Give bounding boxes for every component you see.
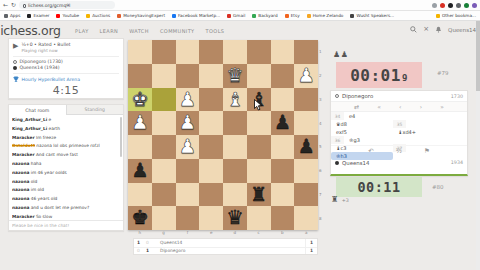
- square-f6[interactable]: [176, 159, 200, 183]
- nav-learn[interactable]: LEARN: [100, 28, 119, 34]
- square-b8[interactable]: [271, 206, 295, 230]
- top-player-name[interactable]: Diponegoro: [342, 93, 373, 99]
- piece-white-pawn-f5[interactable]: ♟: [176, 135, 200, 159]
- captured-pieces-white: ♟♟: [333, 51, 348, 59]
- chat-username[interactable]: nazona: [12, 161, 29, 166]
- bookmark-favicon: [350, 14, 354, 18]
- crosstable: 10Queens14101Diponegoro1: [133, 238, 318, 255]
- crosstable-total: 1: [305, 239, 317, 247]
- bookmark-8[interactable]: Etsy: [285, 13, 300, 18]
- chat-message: King_Arthur_Li e: [12, 116, 121, 125]
- square-g6[interactable]: [152, 159, 176, 183]
- bookmark-9[interactable]: Home Zelando: [307, 13, 344, 18]
- extension-icon[interactable]: [432, 3, 437, 8]
- black-color-icon: [335, 161, 339, 165]
- chat-scrollbar[interactable]: [120, 117, 122, 157]
- square-g7[interactable]: [152, 183, 176, 207]
- piece-white-pawn-f4[interactable]: ♟: [176, 111, 200, 135]
- crosstable-row: 10Queens141: [134, 239, 317, 247]
- prev-move-icon[interactable]: ‹: [399, 104, 401, 110]
- square-f2[interactable]: [176, 64, 200, 88]
- bookmark-favicon: [117, 14, 121, 18]
- bookmark-5[interactable]: Facebook Marketp...: [172, 13, 220, 18]
- square-c8[interactable]: [247, 206, 271, 230]
- square-d4[interactable]: [223, 111, 247, 135]
- nav-play[interactable]: PLAY: [75, 28, 89, 34]
- chat-username[interactable]: nazona: [12, 205, 29, 210]
- search-icon[interactable]: [410, 26, 417, 33]
- rank-label-8: 8: [319, 206, 322, 230]
- file-label-h: h: [128, 230, 152, 236]
- chat-message: Maracker And cant move fast: [12, 151, 121, 160]
- address-bar[interactable]: lichess.org/gcmq9l: [19, 1, 115, 9]
- move-34-black[interactable]: ♛d8: [331, 120, 393, 128]
- bookmark-favicon: [172, 14, 176, 18]
- square-g4[interactable]: [152, 111, 176, 135]
- logged-in-username[interactable]: Queens14: [448, 27, 476, 33]
- material-advantage: +3: [342, 198, 349, 203]
- rank-label-4: 4: [319, 111, 322, 135]
- mouse-cursor: [254, 99, 263, 111]
- extension-icon[interactable]: [472, 3, 477, 8]
- move-controls: ⇄«‹›»: [331, 102, 467, 112]
- square-a8[interactable]: [294, 206, 318, 230]
- square-b1[interactable]: [271, 40, 295, 64]
- bookmark-1[interactable]: Examer: [27, 13, 49, 18]
- other-bookmarks[interactable]: Other bookma...: [436, 13, 476, 18]
- square-f8[interactable]: [176, 206, 200, 230]
- move-number: 35: [393, 120, 406, 128]
- move-36-white[interactable]: ♔g3: [344, 136, 406, 144]
- square-b5[interactable]: [271, 135, 295, 159]
- square-e8[interactable]: [199, 206, 223, 230]
- bottom-player-rating: 1934: [451, 160, 463, 165]
- lichess-logo[interactable]: lichess.org: [0, 23, 61, 38]
- move-36-black[interactable]: ♝c3: [331, 144, 393, 152]
- white-color-icon: [13, 60, 17, 64]
- black-player-row[interactable]: Queens14 (1934): [13, 65, 119, 70]
- move-number: 34: [331, 112, 344, 120]
- rank-label-2: 2: [319, 64, 322, 88]
- square-d2[interactable]: ♛: [223, 64, 247, 88]
- square-b3[interactable]: [271, 88, 295, 112]
- square-c4[interactable]: [247, 111, 271, 135]
- chat-username[interactable]: Maracker: [12, 152, 35, 157]
- square-g1[interactable]: [152, 40, 176, 64]
- game-result: 0: [143, 240, 152, 245]
- rank-label-5: 5: [319, 135, 322, 159]
- crosstable-player[interactable]: Queens14: [160, 240, 182, 245]
- rank-label-1: 1: [319, 40, 322, 64]
- piece-white-bishop-d3[interactable]: ♝: [223, 88, 247, 112]
- chat-username[interactable]: Maracker: [12, 135, 35, 140]
- bookmark-favicon: [27, 14, 31, 18]
- square-d7[interactable]: [223, 183, 247, 207]
- square-b4[interactable]: ♟: [271, 111, 295, 135]
- move-35-black[interactable]: ♝xd4+: [393, 128, 455, 136]
- bookmark-favicon: [56, 14, 60, 18]
- piece-black-rook-c7[interactable]: ♜: [247, 183, 271, 207]
- chat-message: Maracker So slow: [12, 213, 121, 220]
- browser-toolbar: ← ↻ lichess.org/gcmq9l: [0, 0, 480, 11]
- square-d3[interactable]: ♝: [223, 88, 247, 112]
- square-g8[interactable]: [152, 206, 176, 230]
- chat-username[interactable]: King_Arthur_Li: [12, 126, 47, 131]
- lock-icon: [23, 4, 26, 8]
- clock-tenths: 9: [402, 73, 408, 83]
- square-e6[interactable]: [199, 159, 223, 183]
- last-move-icon[interactable]: »: [440, 104, 444, 110]
- file-label-b: b: [271, 230, 295, 236]
- white-player-name[interactable]: Diponegoro (1730): [20, 59, 63, 64]
- square-e4[interactable]: [199, 111, 223, 135]
- window-scrollbar[interactable]: [476, 21, 480, 270]
- takeback-icon[interactable]: ↶: [368, 148, 373, 155]
- black-color-icon: [13, 66, 17, 70]
- crosstable-player[interactable]: Diponegoro: [160, 248, 185, 253]
- square-b6[interactable]: [271, 159, 295, 183]
- rank-label-6: 6: [319, 159, 322, 183]
- square-a7[interactable]: [294, 183, 318, 207]
- square-g2[interactable]: [152, 64, 176, 88]
- chat-username[interactable]: King_Arthur_Li: [12, 117, 47, 122]
- next-move-icon[interactable]: ›: [420, 104, 422, 110]
- bookmark-favicon: [86, 14, 90, 18]
- black-clock: 00:11: [336, 177, 422, 197]
- extension-icon[interactable]: [464, 3, 469, 8]
- move-list: 34e4♛d835exf5♝xd4+36♔g3♝c337♔h3: [331, 112, 467, 145]
- chat-input[interactable]: [9, 220, 123, 230]
- chat-message: nazona 46 years old: [12, 195, 121, 204]
- rank-coordinates: 12345678: [319, 40, 322, 230]
- white-color-icon: [335, 94, 339, 98]
- piece-black-king-h8[interactable]: ♚: [128, 206, 152, 230]
- square-g5[interactable]: [152, 135, 176, 159]
- chat-message: nazona and u dont let me premov?: [12, 204, 121, 213]
- piece-white-pawn-a2[interactable]: ♟: [294, 64, 318, 88]
- chat-message: nazona im old: [12, 186, 121, 195]
- bookmark-3[interactable]: Auctions: [86, 13, 110, 18]
- chat-username[interactable]: Maracker: [12, 214, 35, 219]
- square-e2[interactable]: [199, 64, 223, 88]
- square-a3[interactable]: [294, 88, 318, 112]
- folder-icon: [436, 14, 440, 18]
- chat-message-list: King_Arthur_Li eKing_Arthur_Li earthMara…: [9, 115, 123, 220]
- square-d8[interactable]: ♛: [223, 206, 247, 230]
- chat-tabs: Chat room Standing: [9, 105, 123, 115]
- chat-message: nazona old: [12, 178, 121, 187]
- chat-username[interactable]: nazona: [12, 179, 29, 184]
- lichess-header: lichess.org PLAYLEARNWATCHCOMMUNITYTOOLS…: [0, 21, 480, 38]
- file-label-e: e: [199, 230, 223, 236]
- game-result: 1: [143, 248, 152, 253]
- square-h2[interactable]: [128, 64, 152, 88]
- move-35-white[interactable]: exf5: [331, 128, 393, 136]
- square-g3[interactable]: [152, 88, 176, 112]
- square-h3[interactable]: ♚: [128, 88, 152, 112]
- file-label-a: a: [294, 230, 318, 236]
- challenge-icon[interactable]: ×: [423, 26, 429, 33]
- chat-username[interactable]: OstaldoM: [12, 143, 35, 148]
- tournament-link[interactable]: Hourly HyperBullet Arena: [13, 76, 119, 82]
- rank-label-3: 3: [319, 88, 322, 112]
- game-side-panel: Diponegoro 1730 ⇄«‹›» 34e4♛d835exf5♝xd4+…: [330, 90, 468, 176]
- file-coordinates: hgfedcba: [128, 230, 318, 236]
- game-info-card: ▶ ½+0 • Rated • Bullet Playing right now…: [8, 38, 124, 99]
- bookmark-6[interactable]: Gmail: [227, 13, 245, 18]
- tab-standing[interactable]: Standing: [66, 105, 124, 115]
- chat-message: King_Arthur_Li earth: [12, 125, 121, 134]
- square-b2[interactable]: [271, 64, 295, 88]
- square-h6[interactable]: ♟: [128, 159, 152, 183]
- file-label-d: d: [223, 230, 247, 236]
- extension-icon[interactable]: [440, 3, 445, 8]
- bookmark-favicon: [252, 14, 256, 18]
- crosstable-total: 1: [305, 248, 317, 255]
- chat-message: nazona haha: [12, 160, 121, 169]
- extension-icon[interactable]: [448, 3, 453, 8]
- time-control: ½+0 • Rated • Bullet: [21, 42, 70, 47]
- bottom-player-name[interactable]: Queens14: [342, 160, 369, 166]
- square-a1[interactable]: [294, 40, 318, 64]
- chat-message: Maracker Im freeze: [12, 134, 121, 143]
- piece-black-pawn-h6[interactable]: ♟: [128, 159, 152, 183]
- square-c6[interactable]: [247, 159, 271, 183]
- file-label-c: c: [247, 230, 271, 236]
- bookmark-2[interactable]: Youtube: [56, 13, 79, 18]
- nav-watch[interactable]: WATCH: [129, 28, 149, 34]
- square-d6[interactable]: [223, 159, 247, 183]
- resign-flag-icon[interactable]: ⚑: [424, 148, 430, 155]
- bookmark-favicon: [285, 14, 289, 18]
- bookmark-favicon: [4, 14, 8, 18]
- game-result: 1: [134, 240, 143, 245]
- bookmark-0[interactable]: Apps: [4, 13, 20, 18]
- square-h1[interactable]: [128, 40, 152, 64]
- square-a2[interactable]: ♟: [294, 64, 318, 88]
- chat-message: nazona im 46 year oolds: [12, 169, 121, 178]
- square-a4[interactable]: [294, 111, 318, 135]
- captured-pieces-black: ♜ +3: [331, 196, 349, 204]
- piece-black-pawn-a5[interactable]: ♟: [294, 135, 318, 159]
- first-move-icon[interactable]: «: [377, 104, 381, 110]
- square-c1[interactable]: [247, 40, 271, 64]
- file-label-f: f: [176, 230, 200, 236]
- square-h7[interactable]: [128, 183, 152, 207]
- piece-white-queen-d2[interactable]: ♛: [223, 64, 247, 88]
- square-h4[interactable]: ♟: [128, 111, 152, 135]
- piece-black-queen-d8[interactable]: ♛: [223, 206, 247, 230]
- draw-offer-icon[interactable]: ½: [396, 148, 402, 155]
- square-a6[interactable]: [294, 159, 318, 183]
- trophy-icon: [13, 76, 19, 82]
- nav-community[interactable]: COMMUNITY: [160, 28, 195, 34]
- bookmark-7[interactable]: Backyard: [252, 13, 277, 18]
- back-icon[interactable]: ←: [3, 2, 8, 8]
- square-c2[interactable]: [247, 64, 271, 88]
- url-text: lichess.org/gcmq9l: [28, 3, 70, 8]
- white-clock: 00:019: [336, 62, 422, 88]
- bookmark-favicon: [227, 14, 231, 18]
- bullet-icon: ▶: [13, 43, 18, 50]
- square-e3[interactable]: [199, 88, 223, 112]
- chat-card: Chat room Standing King_Arthur_Li eKing_…: [8, 104, 124, 231]
- white-player-row[interactable]: Diponegoro (1730): [13, 59, 119, 64]
- top-player-row: Diponegoro 1730: [331, 91, 467, 102]
- chat-username[interactable]: nazona: [12, 170, 29, 175]
- bookmarks-bar: AppsExamerYoutubeAuctionsMoneySavingExpe…: [0, 11, 480, 21]
- square-h5[interactable]: [128, 135, 152, 159]
- flip-icon[interactable]: ⇄: [354, 104, 359, 110]
- square-e1[interactable]: [199, 40, 223, 64]
- chat-message: OstaldoM nazona lol obs primeove rofzl: [12, 142, 121, 151]
- header-right: × Queens14: [410, 26, 476, 33]
- main-nav: PLAYLEARNWATCHCOMMUNITYTOOLS: [75, 28, 224, 34]
- square-d5[interactable]: [223, 135, 247, 159]
- tournament-name[interactable]: Hourly HyperBullet Arena: [22, 77, 81, 82]
- nav-tools[interactable]: TOOLS: [206, 28, 225, 34]
- square-c5[interactable]: [247, 135, 271, 159]
- bookmark-10[interactable]: Wusht Speakers...: [350, 13, 394, 18]
- square-d1[interactable]: [223, 40, 247, 64]
- white-arena-rank: #79: [437, 70, 449, 76]
- move-34-white[interactable]: e4: [344, 112, 406, 120]
- extension-icons: [432, 3, 477, 8]
- reload-icon[interactable]: ↻: [11, 2, 16, 8]
- square-b7[interactable]: [271, 183, 295, 207]
- square-h8[interactable]: ♚: [128, 206, 152, 230]
- square-f3[interactable]: ♟: [176, 88, 200, 112]
- bookmark-favicon: [307, 14, 311, 18]
- bookmark-4[interactable]: MoneySavingExpert: [117, 13, 165, 18]
- move-number: 36: [331, 136, 344, 144]
- chat-username[interactable]: nazona: [12, 196, 29, 201]
- piece-black-pawn-b4[interactable]: ♟: [271, 111, 295, 135]
- square-f7[interactable]: [176, 183, 200, 207]
- crosstable-row: 01Diponegoro1: [134, 247, 317, 255]
- extension-icon[interactable]: [456, 3, 461, 8]
- bell-icon[interactable]: [435, 26, 442, 33]
- rank-label-7: 7: [319, 183, 322, 207]
- square-a5[interactable]: ♟: [294, 135, 318, 159]
- square-f1[interactable]: [176, 40, 200, 64]
- tab-chat-room[interactable]: Chat room: [9, 105, 66, 115]
- top-player-rating: 1730: [451, 94, 463, 99]
- square-f4[interactable]: ♟: [176, 111, 200, 135]
- chat-username[interactable]: nazona: [12, 187, 29, 192]
- piece-white-pawn-h4[interactable]: ♟: [128, 111, 152, 135]
- file-label-g: g: [152, 230, 176, 236]
- square-c7[interactable]: ♜: [247, 183, 271, 207]
- black-arena-rank: #80: [432, 184, 444, 190]
- square-e5[interactable]: [199, 135, 223, 159]
- black-player-name[interactable]: Queens14 (1934): [20, 65, 60, 70]
- piece-white-pawn-f3[interactable]: ♟: [176, 88, 200, 112]
- piece-white-king-h3[interactable]: ♚: [128, 88, 152, 112]
- square-e7[interactable]: [199, 183, 223, 207]
- square-f5[interactable]: ♟: [176, 135, 200, 159]
- tournament-clock: 4:15: [13, 84, 119, 97]
- game-status: Playing right now: [21, 48, 70, 53]
- game-result: 0: [134, 248, 143, 253]
- chess-board: ♛♟♚♟♝♝♟♟♟♟♟♟♜♚♛: [128, 40, 318, 230]
